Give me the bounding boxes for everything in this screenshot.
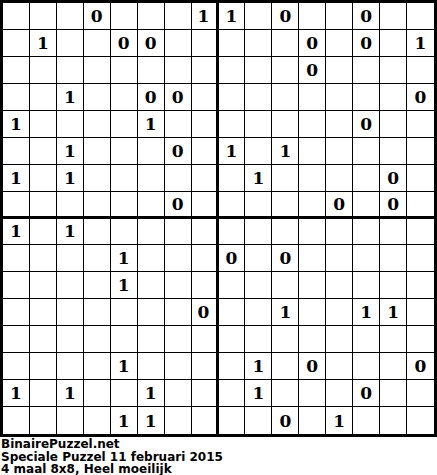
given-cell-r1c11: 0	[272, 3, 299, 30]
cell-r4c13[interactable]	[326, 84, 353, 111]
cell-r11c3[interactable]	[57, 272, 84, 299]
given-cell-r15c14: 0	[353, 380, 380, 407]
cell-r3c14[interactable]	[353, 57, 380, 84]
cell-r2c4[interactable]	[84, 30, 111, 57]
cell-r1c3[interactable]	[57, 3, 84, 30]
cell-r14c9[interactable]	[219, 353, 246, 380]
cell-r9c5[interactable]	[111, 219, 138, 246]
cell-r5c3[interactable]	[57, 111, 84, 138]
cell-r4c1[interactable]	[3, 84, 30, 111]
cell-r7c4[interactable]	[84, 165, 111, 192]
cell-r10c10[interactable]	[245, 245, 272, 272]
cell-r11c7[interactable]	[165, 272, 192, 299]
cell-r5c5[interactable]	[111, 111, 138, 138]
cell-r4c15[interactable]	[380, 84, 407, 111]
cell-r5c15[interactable]	[380, 111, 407, 138]
cell-r12c6[interactable]	[138, 299, 165, 326]
cell-r13c7[interactable]	[165, 326, 192, 353]
given-cell-r7c10: 1	[245, 165, 272, 192]
cell-r9c14[interactable]	[353, 219, 380, 246]
cell-r12c3[interactable]	[57, 299, 84, 326]
cell-r10c12[interactable]	[299, 245, 326, 272]
cell-r8c3[interactable]	[57, 192, 84, 219]
cell-r12c5[interactable]	[111, 299, 138, 326]
cell-r13c8[interactable]	[192, 326, 219, 353]
cell-r14c3[interactable]	[57, 353, 84, 380]
given-cell-r6c11: 1	[272, 138, 299, 165]
cell-r1c5[interactable]	[111, 3, 138, 30]
given-cell-r4c7: 0	[165, 84, 192, 111]
cell-r9c16[interactable]	[407, 219, 434, 246]
cell-r13c4[interactable]	[84, 326, 111, 353]
cell-r11c2[interactable]	[30, 272, 57, 299]
cell-r3c11[interactable]	[272, 57, 299, 84]
given-cell-r4c3: 1	[57, 84, 84, 111]
given-cell-r2c12: 0	[299, 30, 326, 57]
cell-r6c13[interactable]	[326, 138, 353, 165]
cell-r16c10[interactable]	[245, 407, 272, 434]
cell-r6c15[interactable]	[380, 138, 407, 165]
given-cell-r4c16: 0	[407, 84, 434, 111]
cell-r13c16[interactable]	[407, 326, 434, 353]
given-cell-r8c15: 0	[380, 192, 407, 219]
cell-r6c10[interactable]	[245, 138, 272, 165]
given-cell-r4c6: 0	[138, 84, 165, 111]
given-cell-r12c8: 0	[192, 299, 219, 326]
site-name: BinairePuzzel.net	[1, 438, 436, 451]
cell-r10c13[interactable]	[326, 245, 353, 272]
cell-r2c1[interactable]	[3, 30, 30, 57]
cell-r6c16[interactable]	[407, 138, 434, 165]
given-cell-r8c13: 0	[326, 192, 353, 219]
given-cell-r1c4: 0	[84, 3, 111, 30]
given-cell-r14c5: 1	[111, 353, 138, 380]
cell-r1c16[interactable]	[407, 3, 434, 30]
cell-r15c16[interactable]	[407, 380, 434, 407]
given-cell-r10c11: 0	[272, 245, 299, 272]
cell-r10c6[interactable]	[138, 245, 165, 272]
cell-r12c9[interactable]	[219, 299, 246, 326]
cell-r3c15[interactable]	[380, 57, 407, 84]
cell-r16c3[interactable]	[57, 407, 84, 434]
cell-r10c3[interactable]	[57, 245, 84, 272]
cell-r9c15[interactable]	[380, 219, 407, 246]
cell-r3c10[interactable]	[245, 57, 272, 84]
cell-r9c2[interactable]	[30, 219, 57, 246]
cell-r5c16[interactable]	[407, 111, 434, 138]
cell-r3c8[interactable]	[192, 57, 219, 84]
cell-r15c4[interactable]	[84, 380, 111, 407]
cell-r7c2[interactable]	[30, 165, 57, 192]
cell-r14c2[interactable]	[30, 353, 57, 380]
cell-r7c14[interactable]	[353, 165, 380, 192]
cell-r9c11[interactable]	[272, 219, 299, 246]
given-cell-r14c12: 0	[299, 353, 326, 380]
cell-r5c10[interactable]	[245, 111, 272, 138]
given-cell-r9c1: 1	[3, 219, 30, 246]
cell-r5c13[interactable]	[326, 111, 353, 138]
cell-r13c11[interactable]	[272, 326, 299, 353]
cell-r16c2[interactable]	[30, 407, 57, 434]
cell-r5c8[interactable]	[192, 111, 219, 138]
cell-r3c2[interactable]	[30, 57, 57, 84]
given-cell-r7c1: 1	[3, 165, 30, 192]
cell-r8c4[interactable]	[84, 192, 111, 219]
given-cell-r2c2: 1	[30, 30, 57, 57]
cell-r15c2[interactable]	[30, 380, 57, 407]
given-cell-r16c6: 1	[138, 407, 165, 434]
cell-r9c9[interactable]	[219, 219, 246, 246]
cell-r4c5[interactable]	[111, 84, 138, 111]
cell-r14c15[interactable]	[380, 353, 407, 380]
given-cell-r5c6: 1	[138, 111, 165, 138]
cell-r14c7[interactable]	[165, 353, 192, 380]
cell-r14c1[interactable]	[3, 353, 30, 380]
cell-r12c7[interactable]	[165, 299, 192, 326]
cell-r16c7[interactable]	[165, 407, 192, 434]
cell-r12c1[interactable]	[3, 299, 30, 326]
cell-r13c5[interactable]	[111, 326, 138, 353]
given-cell-r7c3: 1	[57, 165, 84, 192]
cell-r1c15[interactable]	[380, 3, 407, 30]
given-cell-r12c15: 1	[380, 299, 407, 326]
cell-r16c4[interactable]	[84, 407, 111, 434]
cell-r10c7[interactable]	[165, 245, 192, 272]
given-cell-r15c6: 1	[138, 380, 165, 407]
cell-r13c2[interactable]	[30, 326, 57, 353]
cell-r4c9[interactable]	[219, 84, 246, 111]
cell-r8c14[interactable]	[353, 192, 380, 219]
cell-r11c15[interactable]	[380, 272, 407, 299]
cell-r1c10[interactable]	[245, 3, 272, 30]
given-cell-r3c12: 0	[299, 57, 326, 84]
cell-r4c2[interactable]	[30, 84, 57, 111]
puzzle-page: 0110010000101000110101111100001110010111…	[0, 0, 437, 475]
cell-r6c2[interactable]	[30, 138, 57, 165]
cell-r3c6[interactable]	[138, 57, 165, 84]
cell-r15c15[interactable]	[380, 380, 407, 407]
cell-r2c7[interactable]	[165, 30, 192, 57]
cell-r13c14[interactable]	[353, 326, 380, 353]
cell-r6c5[interactable]	[111, 138, 138, 165]
cell-r7c6[interactable]	[138, 165, 165, 192]
cell-r11c4[interactable]	[84, 272, 111, 299]
given-cell-r6c9: 1	[219, 138, 246, 165]
cell-r11c14[interactable]	[353, 272, 380, 299]
cell-r5c7[interactable]	[165, 111, 192, 138]
cell-r2c15[interactable]	[380, 30, 407, 57]
cell-r7c8[interactable]	[192, 165, 219, 192]
cell-r11c13[interactable]	[326, 272, 353, 299]
cell-r16c16[interactable]	[407, 407, 434, 434]
cell-r14c4[interactable]	[84, 353, 111, 380]
given-cell-r9c3: 1	[57, 219, 84, 246]
given-cell-r2c14: 0	[353, 30, 380, 57]
cell-r8c6[interactable]	[138, 192, 165, 219]
cell-r8c12[interactable]	[299, 192, 326, 219]
cell-r13c13[interactable]	[326, 326, 353, 353]
cell-r8c9[interactable]	[219, 192, 246, 219]
cell-r7c7[interactable]	[165, 165, 192, 192]
cell-r7c16[interactable]	[407, 165, 434, 192]
cell-r12c2[interactable]	[30, 299, 57, 326]
cell-r16c1[interactable]	[3, 407, 30, 434]
cell-r15c7[interactable]	[165, 380, 192, 407]
cell-r16c9[interactable]	[219, 407, 246, 434]
cell-r10c8[interactable]	[192, 245, 219, 272]
cell-r7c12[interactable]	[299, 165, 326, 192]
cell-r5c12[interactable]	[299, 111, 326, 138]
cell-r10c15[interactable]	[380, 245, 407, 272]
binary-puzzle-board: 0110010000101000110101111100001110010111…	[0, 0, 437, 437]
cell-r12c13[interactable]	[326, 299, 353, 326]
cell-r6c14[interactable]	[353, 138, 380, 165]
cell-r8c2[interactable]	[30, 192, 57, 219]
given-cell-r5c14: 0	[353, 111, 380, 138]
cell-r14c13[interactable]	[326, 353, 353, 380]
given-cell-r15c3: 1	[57, 380, 84, 407]
cell-r3c16[interactable]	[407, 57, 434, 84]
given-cell-r2c5: 0	[111, 30, 138, 57]
given-cell-r1c8: 1	[192, 3, 219, 30]
cell-r3c7[interactable]	[165, 57, 192, 84]
given-cell-r6c7: 0	[165, 138, 192, 165]
cell-r3c4[interactable]	[84, 57, 111, 84]
cell-r4c8[interactable]	[192, 84, 219, 111]
cell-r1c2[interactable]	[30, 3, 57, 30]
cell-r3c5[interactable]	[111, 57, 138, 84]
cell-r1c12[interactable]	[299, 3, 326, 30]
cell-r11c16[interactable]	[407, 272, 434, 299]
cell-r3c1[interactable]	[3, 57, 30, 84]
cell-r8c11[interactable]	[272, 192, 299, 219]
cell-r6c6[interactable]	[138, 138, 165, 165]
cell-r12c4[interactable]	[84, 299, 111, 326]
cell-r12c12[interactable]	[299, 299, 326, 326]
cell-r4c14[interactable]	[353, 84, 380, 111]
cell-r2c10[interactable]	[245, 30, 272, 57]
given-cell-r10c5: 1	[111, 245, 138, 272]
cell-r9c7[interactable]	[165, 219, 192, 246]
cell-r1c13[interactable]	[326, 3, 353, 30]
cell-r3c3[interactable]	[57, 57, 84, 84]
cell-r3c9[interactable]	[219, 57, 246, 84]
given-cell-r1c14: 0	[353, 3, 380, 30]
cell-r10c1[interactable]	[3, 245, 30, 272]
cell-r11c10[interactable]	[245, 272, 272, 299]
given-cell-r5c1: 1	[3, 111, 30, 138]
cell-r6c4[interactable]	[84, 138, 111, 165]
cell-r3c13[interactable]	[326, 57, 353, 84]
cell-r15c9[interactable]	[219, 380, 246, 407]
cell-r13c3[interactable]	[57, 326, 84, 353]
cell-r7c5[interactable]	[111, 165, 138, 192]
cell-r12c10[interactable]	[245, 299, 272, 326]
given-cell-r2c6: 0	[138, 30, 165, 57]
cell-r9c4[interactable]	[84, 219, 111, 246]
cell-r9c13[interactable]	[326, 219, 353, 246]
puzzle-footer: BinairePuzzel.net Speciale Puzzel 11 feb…	[0, 437, 437, 475]
cell-r15c5[interactable]	[111, 380, 138, 407]
given-cell-r16c11: 0	[272, 407, 299, 434]
cell-r8c16[interactable]	[407, 192, 434, 219]
cell-r1c7[interactable]	[165, 3, 192, 30]
cell-r16c8[interactable]	[192, 407, 219, 434]
given-cell-r11c5: 1	[111, 272, 138, 299]
cell-r8c8[interactable]	[192, 192, 219, 219]
cell-r7c11[interactable]	[272, 165, 299, 192]
cell-r14c14[interactable]	[353, 353, 380, 380]
cell-r13c10[interactable]	[245, 326, 272, 353]
cell-r4c11[interactable]	[272, 84, 299, 111]
cell-r14c8[interactable]	[192, 353, 219, 380]
cell-r7c13[interactable]	[326, 165, 353, 192]
cell-r1c6[interactable]	[138, 3, 165, 30]
cell-r8c1[interactable]	[3, 192, 30, 219]
cell-r16c15[interactable]	[380, 407, 407, 434]
cell-r12c16[interactable]	[407, 299, 434, 326]
cell-r5c11[interactable]	[272, 111, 299, 138]
cell-r8c5[interactable]	[111, 192, 138, 219]
cell-r9c10[interactable]	[245, 219, 272, 246]
given-cell-r6c3: 1	[57, 138, 84, 165]
cell-r13c15[interactable]	[380, 326, 407, 353]
cell-r10c14[interactable]	[353, 245, 380, 272]
cell-r4c10[interactable]	[245, 84, 272, 111]
given-cell-r15c10: 1	[245, 380, 272, 407]
cell-r11c8[interactable]	[192, 272, 219, 299]
given-cell-r8c7: 0	[165, 192, 192, 219]
given-cell-r16c13: 1	[326, 407, 353, 434]
cell-r15c12[interactable]	[299, 380, 326, 407]
cell-r16c12[interactable]	[299, 407, 326, 434]
cell-r10c16[interactable]	[407, 245, 434, 272]
cell-r9c12[interactable]	[299, 219, 326, 246]
cell-r11c6[interactable]	[138, 272, 165, 299]
cell-r2c11[interactable]	[272, 30, 299, 57]
given-cell-r12c11: 1	[272, 299, 299, 326]
cell-r2c9[interactable]	[219, 30, 246, 57]
given-cell-r2c16: 1	[407, 30, 434, 57]
cell-r13c12[interactable]	[299, 326, 326, 353]
cell-r15c13[interactable]	[326, 380, 353, 407]
cell-r6c1[interactable]	[3, 138, 30, 165]
cell-r6c8[interactable]	[192, 138, 219, 165]
cell-r9c8[interactable]	[192, 219, 219, 246]
given-cell-r14c10: 1	[245, 353, 272, 380]
cell-r5c4[interactable]	[84, 111, 111, 138]
cell-r4c12[interactable]	[299, 84, 326, 111]
cell-r13c6[interactable]	[138, 326, 165, 353]
cell-r13c1[interactable]	[3, 326, 30, 353]
cell-r5c2[interactable]	[30, 111, 57, 138]
given-cell-r16c5: 1	[111, 407, 138, 434]
cell-r5c9[interactable]	[219, 111, 246, 138]
cell-r10c2[interactable]	[30, 245, 57, 272]
cell-r6c12[interactable]	[299, 138, 326, 165]
given-cell-r1c9: 1	[219, 3, 246, 30]
cell-r11c1[interactable]	[3, 272, 30, 299]
given-cell-r12c14: 1	[353, 299, 380, 326]
cell-r14c11[interactable]	[272, 353, 299, 380]
cell-r8c10[interactable]	[245, 192, 272, 219]
cell-r15c8[interactable]	[192, 380, 219, 407]
cell-r13c9[interactable]	[219, 326, 246, 353]
cell-r15c11[interactable]	[272, 380, 299, 407]
puzzle-description: 4 maal 8x8, Heel moeilijk	[1, 463, 436, 475]
cell-r16c14[interactable]	[353, 407, 380, 434]
cell-r11c12[interactable]	[299, 272, 326, 299]
given-cell-r14c16: 0	[407, 353, 434, 380]
cell-r14c6[interactable]	[138, 353, 165, 380]
given-cell-r15c1: 1	[3, 380, 30, 407]
cell-r4c4[interactable]	[84, 84, 111, 111]
cell-r2c13[interactable]	[326, 30, 353, 57]
given-cell-r7c15: 0	[380, 165, 407, 192]
cell-r11c11[interactable]	[272, 272, 299, 299]
cell-r9c6[interactable]	[138, 219, 165, 246]
cell-r2c3[interactable]	[57, 30, 84, 57]
cell-r2c8[interactable]	[192, 30, 219, 57]
cell-r11c9[interactable]	[219, 272, 246, 299]
cell-r7c9[interactable]	[219, 165, 246, 192]
given-cell-r10c9: 0	[219, 245, 246, 272]
cell-r1c1[interactable]	[3, 3, 30, 30]
cell-r10c4[interactable]	[84, 245, 111, 272]
